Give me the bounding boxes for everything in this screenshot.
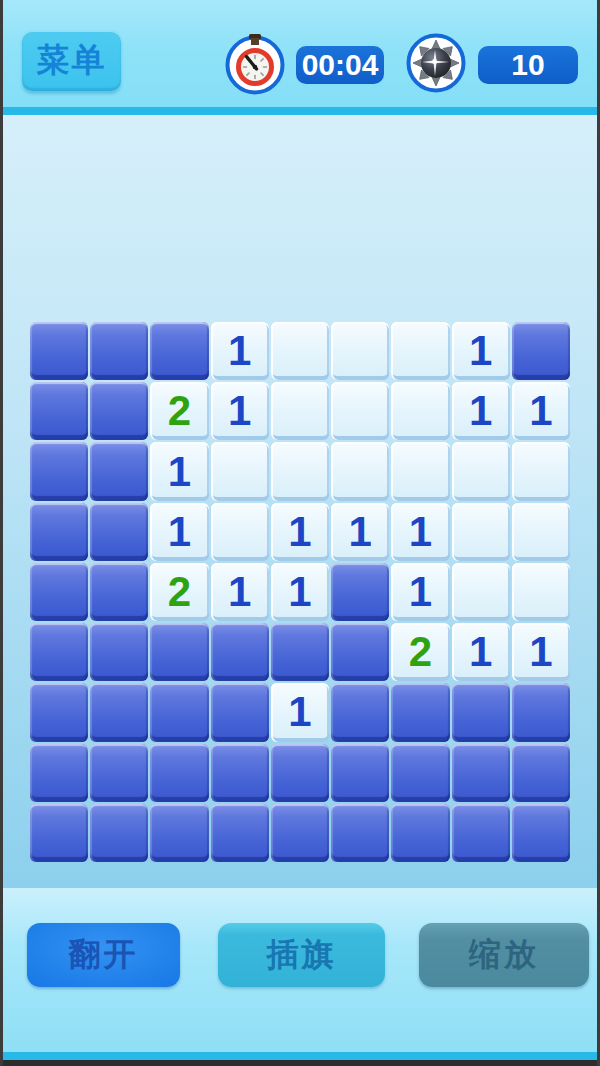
- cell-r2c7[interactable]: [391, 382, 449, 440]
- cell-r8c6[interactable]: [331, 744, 389, 802]
- header-divider: [0, 107, 600, 115]
- cell-r2c6[interactable]: [331, 382, 389, 440]
- cell-r1c7[interactable]: [391, 322, 449, 380]
- zoom-button[interactable]: 缩放: [419, 923, 589, 987]
- cell-r9c9[interactable]: [512, 804, 570, 862]
- cell-r6c5[interactable]: [271, 623, 329, 681]
- cell-r7c5[interactable]: 1: [271, 683, 329, 741]
- cell-r7c8[interactable]: [452, 683, 510, 741]
- cell-r4c1[interactable]: [30, 503, 88, 561]
- cell-r1c6[interactable]: [331, 322, 389, 380]
- cell-r4c7[interactable]: 1: [391, 503, 449, 561]
- cell-r8c2[interactable]: [90, 744, 148, 802]
- play-area: 1121111111121112111: [0, 115, 600, 888]
- cell-r5c3[interactable]: 2: [150, 563, 208, 621]
- cell-r1c3[interactable]: [150, 322, 208, 380]
- cell-r6c9[interactable]: 1: [512, 623, 570, 681]
- cell-r8c8[interactable]: [452, 744, 510, 802]
- cell-r3c4[interactable]: [211, 442, 269, 500]
- cell-r4c2[interactable]: [90, 503, 148, 561]
- mine-count-display: 10: [478, 46, 578, 84]
- cell-r1c5[interactable]: [271, 322, 329, 380]
- cell-r5c5[interactable]: 1: [271, 563, 329, 621]
- stopwatch-icon: [223, 31, 287, 95]
- cell-r1c1[interactable]: [30, 322, 88, 380]
- cell-r4c4[interactable]: [211, 503, 269, 561]
- cell-r3c9[interactable]: [512, 442, 570, 500]
- cell-r8c5[interactable]: [271, 744, 329, 802]
- cell-r8c1[interactable]: [30, 744, 88, 802]
- toolbar: 翻开 插旗 缩放: [0, 888, 600, 1052]
- cell-r8c9[interactable]: [512, 744, 570, 802]
- cell-r6c6[interactable]: [331, 623, 389, 681]
- cell-r2c2[interactable]: [90, 382, 148, 440]
- flag-mode-button[interactable]: 插旗: [218, 923, 385, 987]
- board: 1121111111121112111: [30, 322, 570, 862]
- cell-r5c1[interactable]: [30, 563, 88, 621]
- cell-r9c1[interactable]: [30, 804, 88, 862]
- cell-r2c9[interactable]: 1: [512, 382, 570, 440]
- cell-r7c3[interactable]: [150, 683, 208, 741]
- cell-r3c8[interactable]: [452, 442, 510, 500]
- cell-r2c8[interactable]: 1: [452, 382, 510, 440]
- cell-r5c2[interactable]: [90, 563, 148, 621]
- cell-r6c1[interactable]: [30, 623, 88, 681]
- cell-r6c8[interactable]: 1: [452, 623, 510, 681]
- cell-r1c2[interactable]: [90, 322, 148, 380]
- cell-r7c9[interactable]: [512, 683, 570, 741]
- cell-r2c5[interactable]: [271, 382, 329, 440]
- cell-r6c2[interactable]: [90, 623, 148, 681]
- cell-r6c4[interactable]: [211, 623, 269, 681]
- cell-r3c7[interactable]: [391, 442, 449, 500]
- mine-counter-icon: [404, 31, 468, 95]
- menu-button[interactable]: 菜单: [22, 30, 121, 91]
- cell-r4c6[interactable]: 1: [331, 503, 389, 561]
- cell-r8c3[interactable]: [150, 744, 208, 802]
- cell-r9c2[interactable]: [90, 804, 148, 862]
- cell-r2c3[interactable]: 2: [150, 382, 208, 440]
- cell-r5c7[interactable]: 1: [391, 563, 449, 621]
- cell-r7c2[interactable]: [90, 683, 148, 741]
- timer-display: 00:04: [296, 46, 384, 84]
- cell-r9c4[interactable]: [211, 804, 269, 862]
- cell-r9c8[interactable]: [452, 804, 510, 862]
- cell-r9c5[interactable]: [271, 804, 329, 862]
- cell-r4c9[interactable]: [512, 503, 570, 561]
- cell-r9c7[interactable]: [391, 804, 449, 862]
- cell-r3c3[interactable]: 1: [150, 442, 208, 500]
- reveal-mode-button[interactable]: 翻开: [27, 923, 180, 987]
- cell-r3c5[interactable]: [271, 442, 329, 500]
- cell-r7c7[interactable]: [391, 683, 449, 741]
- cell-r1c8[interactable]: 1: [452, 322, 510, 380]
- cell-r4c5[interactable]: 1: [271, 503, 329, 561]
- bottom-accent-strip: [0, 1052, 600, 1060]
- cell-r9c3[interactable]: [150, 804, 208, 862]
- cell-r3c2[interactable]: [90, 442, 148, 500]
- cell-r7c1[interactable]: [30, 683, 88, 741]
- cell-r2c4[interactable]: 1: [211, 382, 269, 440]
- cell-r7c4[interactable]: [211, 683, 269, 741]
- header-bar: 菜单 00:04: [0, 0, 600, 107]
- cell-r2c1[interactable]: [30, 382, 88, 440]
- cell-r1c4[interactable]: 1: [211, 322, 269, 380]
- cell-r6c3[interactable]: [150, 623, 208, 681]
- cell-r6c7[interactable]: 2: [391, 623, 449, 681]
- screen-left-edge: [0, 0, 3, 1066]
- cell-r4c3[interactable]: 1: [150, 503, 208, 561]
- cell-r5c6[interactable]: [331, 563, 389, 621]
- cell-r5c9[interactable]: [512, 563, 570, 621]
- cell-r8c4[interactable]: [211, 744, 269, 802]
- minesweeper-app: 菜单 00:04: [0, 0, 600, 1066]
- cell-r3c6[interactable]: [331, 442, 389, 500]
- cell-r4c8[interactable]: [452, 503, 510, 561]
- cell-r5c8[interactable]: [452, 563, 510, 621]
- cell-r9c6[interactable]: [331, 804, 389, 862]
- cell-r5c4[interactable]: 1: [211, 563, 269, 621]
- cell-r3c1[interactable]: [30, 442, 88, 500]
- cell-r1c9[interactable]: [512, 322, 570, 380]
- bottom-dark-strip: [0, 1060, 600, 1066]
- cell-r7c6[interactable]: [331, 683, 389, 741]
- cell-r8c7[interactable]: [391, 744, 449, 802]
